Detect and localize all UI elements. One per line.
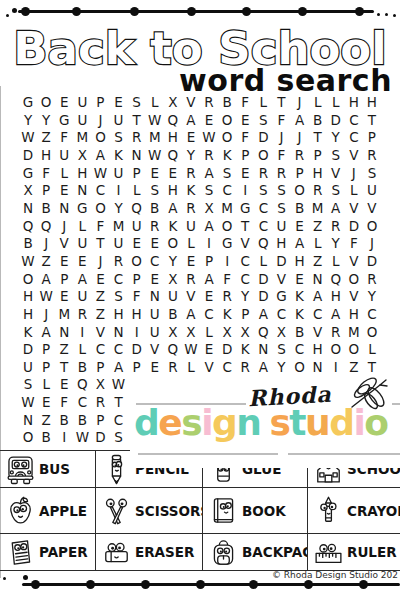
grid-cell: L <box>73 341 91 359</box>
grid-cell: I <box>200 235 218 253</box>
grid-cell: E <box>200 112 218 130</box>
grid-cell: Q <box>254 323 272 341</box>
grid-cell: L <box>254 94 272 112</box>
grid-cell: C <box>200 306 218 324</box>
grid-cell: L <box>254 253 272 271</box>
grid-cell: P <box>236 147 254 165</box>
grid-cell: O <box>164 235 182 253</box>
grid-cell: L <box>327 94 345 112</box>
grid-cell: Y <box>363 288 381 306</box>
grid-cell: K <box>218 306 236 324</box>
grid-cell: Y <box>182 147 200 165</box>
grid-cell: X <box>73 147 91 165</box>
grid-cell: R <box>236 359 254 377</box>
grid-cell: P <box>128 165 146 183</box>
grid-cell: W <box>73 429 91 447</box>
grid-cell: R <box>200 147 218 165</box>
grid-cell: K <box>19 323 37 341</box>
grid-cell: U <box>146 323 164 341</box>
grid-cell: Z <box>37 253 55 271</box>
grid-cell: E <box>236 165 254 183</box>
grid-cell: A <box>200 165 218 183</box>
grid-cell: C <box>110 341 128 359</box>
grid-cell: R <box>291 147 309 165</box>
grid-cell: A <box>73 270 91 288</box>
grid-cell: E <box>110 94 128 112</box>
grid-cell: V <box>345 288 363 306</box>
grid-cell: Z <box>91 306 109 324</box>
grid-cell: E <box>182 253 200 271</box>
grid-cell: O <box>254 147 272 165</box>
grid-cell: E <box>200 341 218 359</box>
grid-cell: I <box>236 182 254 200</box>
grid-cell: M <box>146 129 164 147</box>
word-label: RULER <box>347 544 397 560</box>
apple-icon <box>4 494 37 527</box>
grid-cell: V <box>345 253 363 271</box>
grid-cell: O <box>218 129 236 147</box>
grid-cell: O <box>218 218 236 236</box>
border-dot <box>304 580 313 589</box>
grid-cell: F <box>55 129 73 147</box>
grid-cell: U <box>164 288 182 306</box>
grid-cell: P <box>200 253 218 271</box>
grid-cell: O <box>37 94 55 112</box>
grid-cell: H <box>110 306 128 324</box>
logo-letter: d <box>329 405 353 441</box>
grid-cell: W <box>110 376 128 394</box>
grid-cell: S <box>110 129 128 147</box>
grid-cell: A <box>254 306 272 324</box>
border-dot <box>21 7 30 16</box>
grid-cell: E <box>146 165 164 183</box>
border-dot <box>6 14 9 17</box>
grid-cell: K <box>218 147 236 165</box>
grid-cell: Q <box>73 376 91 394</box>
grid-cell: O <box>291 182 309 200</box>
eraser-icon <box>100 536 133 569</box>
grid-cell: E <box>236 112 254 130</box>
grid-cell: Y <box>236 288 254 306</box>
grid-cell: E <box>200 288 218 306</box>
grid-cell: I <box>327 359 345 377</box>
word-cell-backpack: BACKPACK <box>202 534 307 571</box>
grid-cell: F <box>55 394 73 412</box>
grid-cell: G <box>55 112 73 130</box>
grid-cell: H <box>19 306 37 324</box>
grid-cell: S <box>254 112 272 130</box>
grid-cell: E <box>146 359 164 377</box>
word-label: PAPER <box>39 544 88 560</box>
grid-cell: N <box>19 200 37 218</box>
grid-cell: E <box>55 253 73 271</box>
grid-cell: P <box>37 359 55 377</box>
grid-cell: C <box>236 270 254 288</box>
grid-cell: C <box>91 182 109 200</box>
grid-cell: R <box>272 165 290 183</box>
grid-cell: S <box>272 182 290 200</box>
scissors-icon <box>100 494 133 527</box>
grid-cell: O <box>363 218 381 236</box>
grid-cell: A <box>327 200 345 218</box>
grid-cell: B <box>146 200 164 218</box>
grid-cell: G <box>73 200 91 218</box>
grid-cell: S <box>146 182 164 200</box>
grid-cell: U <box>73 112 91 130</box>
grid-cell: D <box>254 288 272 306</box>
grid-cell: S <box>218 165 236 183</box>
logo-letter: d <box>134 405 158 441</box>
grid-cell: E <box>73 253 91 271</box>
grid-cell: R <box>363 270 381 288</box>
grid-cell: R <box>182 200 200 218</box>
grid-cell: P <box>128 270 146 288</box>
logo-overlay: Rhoda design studio <box>130 377 400 468</box>
grid-cell: Z <box>345 359 363 377</box>
logo-letter: e <box>158 405 181 441</box>
grid-cell: G <box>218 235 236 253</box>
word-label: CRAYON <box>347 503 400 519</box>
grid-cell: D <box>128 341 146 359</box>
grid-cell: B <box>164 306 182 324</box>
grid-cell: D <box>254 270 272 288</box>
grid-cell: O <box>128 253 146 271</box>
grid-cell: R <box>73 306 91 324</box>
grid-cell: P <box>37 341 55 359</box>
word-label: BUS <box>39 461 70 477</box>
grid-cell: X <box>164 94 182 112</box>
grid-cell: A <box>254 359 272 377</box>
grid-cell: B <box>218 94 236 112</box>
logo-underline-left <box>138 453 278 455</box>
grid-cell: C <box>345 129 363 147</box>
word-cell-scissors: SCISSORS <box>95 488 202 534</box>
grid-cell: L <box>200 323 218 341</box>
grid-cell: U <box>128 218 146 236</box>
grid-cell: B <box>309 112 327 130</box>
grid-cell: A <box>91 147 109 165</box>
grid-cell: J <box>37 235 55 253</box>
grid-cell: C <box>110 270 128 288</box>
grid-cell: L <box>37 376 55 394</box>
grid-cell: U <box>146 306 164 324</box>
grid-cell: K <box>236 341 254 359</box>
grid-cell: O <box>363 323 381 341</box>
grid-cell: Q <box>37 218 55 236</box>
border-dot <box>242 7 251 16</box>
grid-cell: U <box>110 165 128 183</box>
grid-cell: S <box>272 341 290 359</box>
grid-cell: S <box>128 94 146 112</box>
grid-cell: N <box>254 341 272 359</box>
grid-cell: R <box>182 165 200 183</box>
word-table: BUSPENCILGLUESCHOOLAPPLESCISSORSBOOKCRAY… <box>0 450 400 571</box>
grid-cell: V <box>345 200 363 218</box>
grid-cell: N <box>73 182 91 200</box>
grid-cell: X <box>218 323 236 341</box>
border-dot <box>12 8 17 13</box>
grid-cell: W <box>19 253 37 271</box>
grid-cell: L <box>327 253 345 271</box>
grid-cell: R <box>146 218 164 236</box>
grid-cell: C <box>218 182 236 200</box>
grid-cell: C <box>236 253 254 271</box>
grid-cell: P <box>363 129 381 147</box>
grid-cell: S <box>272 200 290 218</box>
grid-cell: D <box>327 112 345 130</box>
grid-cell: F <box>236 94 254 112</box>
grid-cell: S <box>363 165 381 183</box>
grid-cell: K <box>291 288 309 306</box>
grid-cell: O <box>19 429 37 447</box>
grid-cell: C <box>146 253 164 271</box>
grid-cell: M <box>345 323 363 341</box>
grid-cell: J <box>291 129 309 147</box>
grid-cell: J <box>55 218 73 236</box>
grid-cell: V <box>200 359 218 377</box>
grid-cell: O <box>345 341 363 359</box>
border-dot <box>355 7 364 16</box>
grid-cell: D <box>254 129 272 147</box>
grid-cell: F <box>345 235 363 253</box>
grid-cell: Z <box>309 253 327 271</box>
grid-cell: H <box>272 235 290 253</box>
grid-cell: Y <box>19 112 37 130</box>
border-dot <box>298 7 307 16</box>
grid-cell: N <box>55 323 73 341</box>
grid-cell: W <box>146 112 164 130</box>
grid-cell: X <box>182 323 200 341</box>
grid-cell: N <box>309 270 327 288</box>
grid-cell: W <box>182 341 200 359</box>
grid-cell: D <box>363 253 381 271</box>
grid-cell: M <box>218 200 236 218</box>
grid-cell: W <box>37 288 55 306</box>
grid-cell: L <box>182 359 200 377</box>
grid-cell: H <box>345 94 363 112</box>
grid-cell: E <box>55 182 73 200</box>
grid-cell: A <box>291 235 309 253</box>
grid-cell: E <box>146 235 164 253</box>
grid-cell: A <box>164 200 182 218</box>
grid-cell: A <box>291 112 309 130</box>
grid-cell: D <box>218 341 236 359</box>
grid-cell: W <box>146 147 164 165</box>
grid-cell: R <box>254 165 272 183</box>
grid-cell: U <box>19 359 37 377</box>
grid-cell: S <box>327 147 345 165</box>
grid-cell: P <box>309 147 327 165</box>
word-label: SCISSORS <box>135 503 202 519</box>
grid-cell: F <box>272 147 290 165</box>
grid-cell: F <box>218 270 236 288</box>
grid-cell: U <box>110 112 128 130</box>
grid-cell: B <box>19 235 37 253</box>
grid-cell: Z <box>37 412 55 430</box>
grid-cell: Z <box>91 288 109 306</box>
grid-cell: R <box>309 182 327 200</box>
grid-cell: C <box>91 341 109 359</box>
grid-cell: Z <box>309 218 327 236</box>
grid-cell: V <box>363 200 381 218</box>
grid-cell: J <box>291 94 309 112</box>
grid-cell: Q <box>128 200 146 218</box>
grid-cell: F <box>128 288 146 306</box>
grid-cell: H <box>37 147 55 165</box>
grid-cell: V <box>55 235 73 253</box>
logo-design-studio: design studio <box>134 405 388 441</box>
grid-cell: Q <box>254 235 272 253</box>
grid-cell: V <box>182 94 200 112</box>
grid-cell: B <box>37 429 55 447</box>
grid-cell: D <box>91 429 109 447</box>
border-dot <box>31 580 40 589</box>
grid-cell: L <box>73 218 91 236</box>
border-dot <box>187 7 196 16</box>
grid-cell: H <box>345 306 363 324</box>
pencil-icon <box>100 453 133 486</box>
grid-cell: J <box>91 253 109 271</box>
grid-cell: Y <box>272 359 290 377</box>
grid-cell: A <box>182 306 200 324</box>
grid-cell: V <box>236 235 254 253</box>
word-cell-paper: PAPER <box>0 534 95 571</box>
border-dot <box>196 580 205 589</box>
grid-cell: J <box>37 306 55 324</box>
grid-cell: V <box>272 270 290 288</box>
word-cell-book: BOOK <box>202 488 307 534</box>
grid-cell: P <box>91 94 109 112</box>
grid-cell: H <box>327 288 345 306</box>
border-dot <box>23 575 28 580</box>
grid-cell: Z <box>37 129 55 147</box>
grid-cell: Q <box>19 218 37 236</box>
grid-cell: M <box>73 129 91 147</box>
grid-cell: R <box>200 94 218 112</box>
grid-cell: I <box>73 323 91 341</box>
grid-cell: X <box>272 323 290 341</box>
grid-cell: Y <box>37 112 55 130</box>
grid-cell: I <box>128 323 146 341</box>
grid-cell: P <box>91 412 109 430</box>
grid-cell: H <box>128 306 146 324</box>
grid-cell: M <box>309 200 327 218</box>
grid-cell: U <box>272 218 290 236</box>
grid-cell: M <box>110 218 128 236</box>
grid-cell: N <box>309 359 327 377</box>
grid-cell: K <box>164 218 182 236</box>
grid-cell: B <box>37 200 55 218</box>
word-label: APPLE <box>39 503 87 519</box>
word-label: ERASER <box>135 544 194 560</box>
grid-cell: B <box>291 323 309 341</box>
grid-cell: Q <box>164 341 182 359</box>
grid-cell: F <box>272 112 290 130</box>
grid-cell: A <box>200 218 218 236</box>
grid-cell: U <box>55 147 73 165</box>
page-subtitle: word search <box>179 63 392 98</box>
grid-cell: A <box>37 323 55 341</box>
grid-cell: H <box>164 129 182 147</box>
grid-cell: T <box>110 394 128 412</box>
grid-cell: O <box>91 200 109 218</box>
grid-cell: V <box>91 323 109 341</box>
grid-cell: S <box>110 429 128 447</box>
logo-letter: g <box>212 405 236 441</box>
grid-cell: P <box>55 270 73 288</box>
grid-cell: S <box>200 182 218 200</box>
border-dot <box>359 580 368 589</box>
logo-letter: u <box>305 405 329 441</box>
grid-cell: I <box>55 429 73 447</box>
grid-cell: D <box>272 253 290 271</box>
logo-letter: s <box>181 405 201 441</box>
grid-cell: N <box>55 200 73 218</box>
grid-cell: E <box>291 218 309 236</box>
grid-cell: L <box>345 182 363 200</box>
grid-cell: S <box>19 376 37 394</box>
grid-cell: L <box>128 182 146 200</box>
grid-cell: I <box>218 253 236 271</box>
ruler-icon <box>312 536 345 569</box>
border-dot <box>377 13 380 16</box>
grid-cell: Q <box>164 112 182 130</box>
grid-cell: C <box>73 394 91 412</box>
grid-cell: E <box>55 94 73 112</box>
copyright-text: © Rhoda Design Studio 202 <box>272 570 398 580</box>
grid-cell: V <box>182 288 200 306</box>
grid-cell: B <box>291 200 309 218</box>
grid-cell: O <box>327 341 345 359</box>
grid-cell: Q <box>164 147 182 165</box>
grid-cell: Q <box>327 270 345 288</box>
grid-cell: B <box>55 412 73 430</box>
grid-cell: K <box>182 182 200 200</box>
grid-cell: T <box>128 112 146 130</box>
grid-cell: H <box>164 182 182 200</box>
grid-cell: E <box>182 129 200 147</box>
grid-cell: H <box>291 253 309 271</box>
grid-cell: E <box>164 165 182 183</box>
backpack-icon <box>207 536 240 569</box>
grid-cell: Y <box>327 129 345 147</box>
grid-cell: L <box>182 235 200 253</box>
grid-cell: V <box>345 147 363 165</box>
grid-cell: T <box>55 359 73 377</box>
grid-cell: C <box>218 359 236 377</box>
grid-cell: O <box>345 270 363 288</box>
grid-cell: T <box>363 359 381 377</box>
logo-letter: i <box>201 405 212 441</box>
grid-cell: W <box>91 165 109 183</box>
crayon-icon <box>312 494 345 527</box>
grid-cell: C <box>254 218 272 236</box>
grid-cell: R <box>110 253 128 271</box>
grid-cell: R <box>164 359 182 377</box>
grid-cell: X <box>91 376 109 394</box>
grid-cell: U <box>110 235 128 253</box>
grid-cell: O <box>19 270 37 288</box>
grid-cell: E <box>91 270 109 288</box>
grid-cell: Y <box>164 253 182 271</box>
grid-cell: C <box>254 200 272 218</box>
grid-cell: A <box>182 112 200 130</box>
logo-letter: s <box>269 405 289 441</box>
border-dot <box>385 13 388 16</box>
word-cell-bus: BUS <box>0 451 95 488</box>
word-cell-crayon: CRAYON <box>307 488 400 534</box>
grid-cell: J <box>91 112 109 130</box>
